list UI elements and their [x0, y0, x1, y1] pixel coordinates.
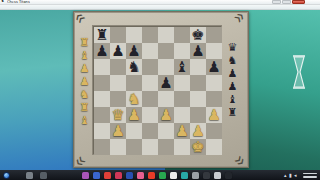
- square-a4[interactable]: [94, 91, 110, 107]
- square-e5[interactable]: ♟: [158, 75, 174, 91]
- square-a8[interactable]: ♜: [94, 27, 110, 43]
- square-c8[interactable]: [126, 27, 142, 43]
- chess-titans-window: ♞ Chess Titans Game Help ❯❯ ❯❯ ❯❯ ❯❯ ♜♝♟…: [0, 0, 320, 180]
- square-e6[interactable]: [158, 59, 174, 75]
- square-d2[interactable]: [142, 123, 158, 139]
- square-d4[interactable]: [142, 91, 158, 107]
- square-a2[interactable]: [94, 123, 110, 139]
- square-d5[interactable]: [142, 75, 158, 91]
- square-f2[interactable]: ♟: [174, 123, 190, 139]
- taskbar-app-icon[interactable]: [40, 172, 47, 179]
- square-e3[interactable]: ♟: [158, 107, 174, 123]
- captured-white-rook: ♜: [80, 101, 90, 114]
- square-e8[interactable]: [158, 27, 174, 43]
- square-g8[interactable]: ♚: [190, 27, 206, 43]
- captured-white-knight: ♞: [80, 88, 90, 101]
- captured-white-bishop: ♝: [80, 114, 90, 127]
- white-pawn-piece: ♟: [158, 107, 174, 123]
- taskbar-app-icon[interactable]: [170, 172, 177, 179]
- square-c6[interactable]: ♞: [126, 59, 142, 75]
- captured-white-pawn: ♟: [80, 62, 90, 75]
- square-d7[interactable]: [142, 43, 158, 59]
- taskbar-app-icon[interactable]: [148, 172, 155, 179]
- square-g5[interactable]: [190, 75, 206, 91]
- square-c2[interactable]: [126, 123, 142, 139]
- square-f3[interactable]: [174, 107, 190, 123]
- taskbar: ▴ ▮ ◂: [0, 170, 320, 180]
- square-h4[interactable]: [206, 91, 222, 107]
- taskbar-app-icon[interactable]: [115, 172, 122, 179]
- square-d1[interactable]: [142, 139, 158, 155]
- captured-white-tray: ♜♝♟♟♞♜♝: [77, 12, 92, 169]
- captured-black-rook: ♜: [228, 106, 238, 119]
- taskbar-app-icon[interactable]: [93, 172, 100, 179]
- square-c5[interactable]: [126, 75, 142, 91]
- square-h8[interactable]: [206, 27, 222, 43]
- white-pawn-piece: ♟: [110, 123, 126, 139]
- taskbar-app-icon[interactable]: [225, 172, 232, 179]
- square-e7[interactable]: [158, 43, 174, 59]
- captured-black-knight: ♞: [228, 54, 238, 67]
- square-c1[interactable]: [126, 139, 142, 155]
- square-e2[interactable]: [158, 123, 174, 139]
- square-b2[interactable]: ♟: [110, 123, 126, 139]
- taskbar-app-icon[interactable]: [126, 172, 133, 179]
- close-button[interactable]: [292, 0, 305, 4]
- minimize-button[interactable]: [272, 0, 281, 4]
- white-pawn-piece: ♟: [174, 123, 190, 139]
- black-pawn-piece: ♟: [110, 43, 126, 59]
- square-b4[interactable]: [110, 91, 126, 107]
- captured-black-tray: ♛♞♟♟♝♜: [225, 12, 240, 169]
- square-a1[interactable]: [94, 139, 110, 155]
- maximize-button[interactable]: [282, 0, 291, 4]
- square-d3[interactable]: [142, 107, 158, 123]
- captured-white-pawn: ♟: [80, 75, 90, 88]
- square-a6[interactable]: [94, 59, 110, 75]
- white-pawn-piece: ♟: [206, 107, 222, 123]
- square-e1[interactable]: [158, 139, 174, 155]
- volume-icon[interactable]: ◂: [294, 170, 297, 180]
- square-f7[interactable]: [174, 43, 190, 59]
- white-pawn-piece: ♟: [126, 107, 142, 123]
- white-queen-piece: ♛: [110, 107, 126, 123]
- black-knight-piece: ♞: [126, 59, 142, 75]
- window-title: Chess Titans: [7, 0, 30, 5]
- square-g7[interactable]: ♟: [190, 43, 206, 59]
- square-g6[interactable]: [190, 59, 206, 75]
- start-button[interactable]: [3, 172, 10, 179]
- black-king-piece: ♚: [190, 27, 206, 43]
- square-c7[interactable]: ♟: [126, 43, 142, 59]
- square-h7[interactable]: [206, 43, 222, 59]
- square-f1[interactable]: [174, 139, 190, 155]
- square-b6[interactable]: [110, 59, 126, 75]
- taskbar-app-icon[interactable]: [203, 172, 210, 179]
- taskbar-app-icon[interactable]: [181, 172, 188, 179]
- black-pawn-piece: ♟: [94, 43, 110, 59]
- square-h6[interactable]: ♟: [206, 59, 222, 75]
- taskbar-app-icon[interactable]: [104, 172, 111, 179]
- square-b8[interactable]: [110, 27, 126, 43]
- square-a5[interactable]: [94, 75, 110, 91]
- square-g2[interactable]: ♟: [190, 123, 206, 139]
- black-bishop-piece: ♝: [174, 59, 190, 75]
- square-f8[interactable]: [174, 27, 190, 43]
- square-c3[interactable]: ♟: [126, 107, 142, 123]
- taskbar-app-icon[interactable]: [192, 172, 199, 179]
- taskbar-app-icon[interactable]: [82, 172, 89, 179]
- square-g1[interactable]: ♚: [190, 139, 206, 155]
- taskbar-app-icon[interactable]: [137, 172, 144, 179]
- taskbar-app-icon[interactable]: [26, 172, 33, 179]
- white-king-piece: ♚: [190, 139, 206, 155]
- captured-white-bishop: ♝: [80, 49, 90, 62]
- square-b1[interactable]: [110, 139, 126, 155]
- square-a3[interactable]: [94, 107, 110, 123]
- taskbar-app-icon[interactable]: [159, 172, 166, 179]
- square-b5[interactable]: [110, 75, 126, 91]
- chess-board: ♜♚♟♟♟♟♞♝♟♟♞♛♟♟♟♟♟♟♚: [93, 26, 221, 154]
- network-icon[interactable]: ▮: [289, 170, 292, 180]
- square-f6[interactable]: ♝: [174, 59, 190, 75]
- white-pawn-piece: ♟: [190, 123, 206, 139]
- square-b3[interactable]: ♛: [110, 107, 126, 123]
- hourglass-icon: [291, 54, 307, 90]
- captured-white-rook: ♜: [80, 36, 90, 49]
- square-b7[interactable]: ♟: [110, 43, 126, 59]
- square-f4[interactable]: [174, 91, 190, 107]
- board-frame: ❯❯ ❯❯ ❯❯ ❯❯ ♜♝♟♟♞♜♝ ♛♞♟♟♝♜ ♜♚♟♟♟♟♞♝♟♟♞♛♟…: [73, 11, 249, 168]
- black-pawn-piece: ♟: [206, 59, 222, 75]
- square-h3[interactable]: ♟: [206, 107, 222, 123]
- black-pawn-piece: ♟: [126, 43, 142, 59]
- captured-black-bishop: ♝: [228, 93, 238, 106]
- captured-black-queen: ♛: [228, 41, 238, 54]
- taskbar-app-icon[interactable]: [214, 172, 221, 179]
- square-c4[interactable]: ♞: [126, 91, 142, 107]
- square-e4[interactable]: [158, 91, 174, 107]
- captured-black-pawn: ♟: [228, 80, 238, 93]
- chevron-up-icon[interactable]: ▴: [284, 170, 287, 180]
- black-rook-piece: ♜: [94, 27, 110, 43]
- knight-icon: ♞: [1, 0, 4, 2]
- game-area: ❯❯ ❯❯ ❯❯ ❯❯ ♜♝♟♟♞♜♝ ♛♞♟♟♝♜ ♜♚♟♟♟♟♞♝♟♟♞♛♟…: [0, 10, 320, 170]
- square-h5[interactable]: [206, 75, 222, 91]
- square-a7[interactable]: ♟: [94, 43, 110, 59]
- square-f5[interactable]: [174, 75, 190, 91]
- black-pawn-piece: ♟: [190, 43, 206, 59]
- captured-black-pawn: ♟: [228, 67, 238, 80]
- square-g4[interactable]: [190, 91, 206, 107]
- square-h1[interactable]: [206, 139, 222, 155]
- system-tray: ▴ ▮ ◂: [284, 170, 318, 180]
- white-knight-piece: ♞: [126, 91, 142, 107]
- black-pawn-piece: ♟: [158, 75, 174, 91]
- square-h2[interactable]: [206, 123, 222, 139]
- square-d8[interactable]: [142, 27, 158, 43]
- square-d6[interactable]: [142, 59, 158, 75]
- square-g3[interactable]: [190, 107, 206, 123]
